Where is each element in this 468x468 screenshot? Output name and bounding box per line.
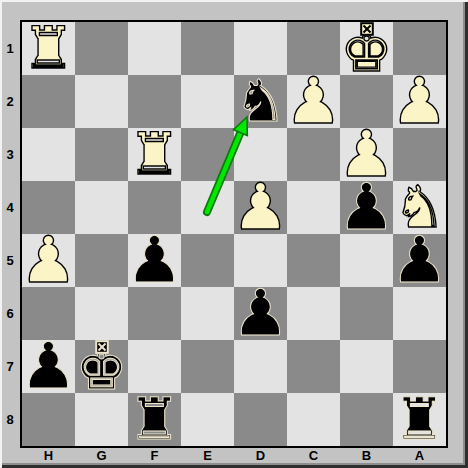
file-labels: HGFEDCBA (22, 445, 446, 465)
square-f1[interactable] (128, 22, 181, 75)
black-pawn[interactable]: ♟ (234, 287, 287, 340)
rank-label-4: 4 (0, 181, 20, 234)
square-h5[interactable]: ♟ (22, 234, 75, 287)
file-label-g: G (75, 445, 128, 465)
square-h1[interactable]: ♜ (22, 22, 75, 75)
black-knight[interactable]: ♞ (234, 75, 287, 128)
square-h3[interactable] (22, 128, 75, 181)
square-g4[interactable] (75, 181, 128, 234)
square-c7[interactable] (287, 340, 340, 393)
square-c6[interactable] (287, 287, 340, 340)
square-g6[interactable] (75, 287, 128, 340)
square-d6[interactable]: ♟ (234, 287, 287, 340)
square-a2[interactable]: ♟ (393, 75, 446, 128)
square-b6[interactable] (340, 287, 393, 340)
square-c5[interactable] (287, 234, 340, 287)
square-e5[interactable] (181, 234, 234, 287)
rank-label-3: 3 (0, 128, 20, 181)
board-frame: 12345678 HGFEDCBA ♜♚♞♟♟♜♟♟♟♞♟♟♟♟♟♚♜♜ (0, 0, 468, 468)
square-g7[interactable]: ♚ (75, 340, 128, 393)
square-e7[interactable] (181, 340, 234, 393)
rank-label-2: 2 (0, 75, 20, 128)
white-rook[interactable]: ♜ (128, 128, 181, 181)
square-f5[interactable]: ♟ (128, 234, 181, 287)
white-rook[interactable]: ♜ (22, 22, 75, 75)
rank-label-8: 8 (0, 393, 20, 446)
square-b8[interactable] (340, 393, 393, 446)
chess-board: ♜♚♞♟♟♜♟♟♟♞♟♟♟♟♟♚♜♜ (20, 20, 448, 448)
white-pawn[interactable]: ♟ (22, 234, 75, 287)
rank-label-6: 6 (0, 287, 20, 340)
square-c4[interactable] (287, 181, 340, 234)
file-label-c: C (287, 445, 340, 465)
square-b7[interactable] (340, 340, 393, 393)
square-c2[interactable]: ♟ (287, 75, 340, 128)
black-pawn[interactable]: ♟ (22, 340, 75, 393)
white-pawn[interactable]: ♟ (234, 181, 287, 234)
square-d4[interactable]: ♟ (234, 181, 287, 234)
square-a5[interactable]: ♟ (393, 234, 446, 287)
square-g1[interactable] (75, 22, 128, 75)
file-label-e: E (181, 445, 234, 465)
square-e6[interactable] (181, 287, 234, 340)
square-d7[interactable] (234, 340, 287, 393)
square-b1[interactable]: ♚ (340, 22, 393, 75)
square-a8[interactable]: ♜ (393, 393, 446, 446)
white-pawn[interactable]: ♟ (287, 75, 340, 128)
square-h2[interactable] (22, 75, 75, 128)
rank-label-5: 5 (0, 234, 20, 287)
square-d2[interactable]: ♞ (234, 75, 287, 128)
file-label-d: D (234, 445, 287, 465)
square-e2[interactable] (181, 75, 234, 128)
black-pawn[interactable]: ♟ (128, 234, 181, 287)
black-pawn[interactable]: ♟ (340, 181, 393, 234)
square-h8[interactable] (22, 393, 75, 446)
square-f6[interactable] (128, 287, 181, 340)
square-g5[interactable] (75, 234, 128, 287)
square-c3[interactable] (287, 128, 340, 181)
rank-labels: 12345678 (0, 22, 20, 446)
file-label-b: B (340, 445, 393, 465)
square-c8[interactable] (287, 393, 340, 446)
square-a6[interactable] (393, 287, 446, 340)
square-f3[interactable]: ♜ (128, 128, 181, 181)
square-e1[interactable] (181, 22, 234, 75)
black-pawn[interactable]: ♟ (393, 234, 446, 287)
square-h7[interactable]: ♟ (22, 340, 75, 393)
rank-label-7: 7 (0, 340, 20, 393)
square-b5[interactable] (340, 234, 393, 287)
black-king-x-mark (95, 340, 109, 354)
square-g3[interactable] (75, 128, 128, 181)
square-b4[interactable]: ♟ (340, 181, 393, 234)
rank-label-1: 1 (0, 22, 20, 75)
white-pawn[interactable]: ♟ (393, 75, 446, 128)
square-g2[interactable] (75, 75, 128, 128)
square-e4[interactable] (181, 181, 234, 234)
square-d8[interactable] (234, 393, 287, 446)
square-e3[interactable] (181, 128, 234, 181)
file-label-h: H (22, 445, 75, 465)
black-rook[interactable]: ♜ (393, 393, 446, 446)
square-e8[interactable] (181, 393, 234, 446)
square-g8[interactable] (75, 393, 128, 446)
white-king-x-mark (360, 22, 374, 36)
square-f8[interactable]: ♜ (128, 393, 181, 446)
black-rook[interactable]: ♜ (128, 393, 181, 446)
